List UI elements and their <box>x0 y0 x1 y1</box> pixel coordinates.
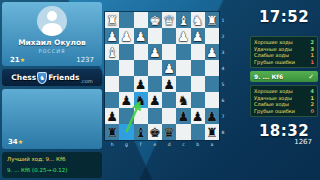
move-eval-label: 9. ... Кf6 (0.25→-0.12) <box>7 167 67 173</box>
player-country-top: РОССИЯ <box>2 48 102 54</box>
stat-value: 2 <box>311 39 314 45</box>
rank-label-6: 6 <box>219 92 227 108</box>
rank-label-3: 3 <box>219 44 227 60</box>
person-icon <box>47 11 57 21</box>
square-f4[interactable] <box>134 60 148 76</box>
clock-top: 17:52 <box>250 8 318 26</box>
piece-white-pawn-e3[interactable]: ♟ <box>149 46 161 59</box>
piece-black-king-e8[interactable]: ♚ <box>149 126 161 139</box>
square-e6[interactable]: ♟ <box>148 92 162 108</box>
square-g5[interactable] <box>119 76 133 92</box>
square-h4[interactable] <box>105 60 119 76</box>
square-g4[interactable] <box>119 60 133 76</box>
piece-black-rook-a8[interactable]: ♜ <box>206 126 218 139</box>
rank-label-4: 4 <box>219 60 227 76</box>
avatar-top <box>37 6 67 36</box>
piece-black-pawn-e6[interactable]: ♟ <box>149 94 161 107</box>
piece-white-pawn-b2[interactable]: ♟ <box>192 30 204 43</box>
square-g6[interactable]: ♟ <box>119 92 133 108</box>
player-stars-bottom: 34★ <box>8 138 23 146</box>
square-d1[interactable]: ♛ <box>162 12 176 28</box>
stat-value: 0 <box>311 108 314 114</box>
shield-knight-icon: ♞ <box>37 72 47 84</box>
square-g7[interactable] <box>119 108 133 124</box>
square-g8[interactable] <box>119 124 133 140</box>
file-label-b: b <box>191 140 205 148</box>
rank-label-7: 7 <box>219 108 227 124</box>
move-stats-top: Хорошие ходы2Удачные ходы3Слабые ходы1Гр… <box>250 36 318 68</box>
file-labels: hgfedcba <box>105 140 219 148</box>
file-label-c: c <box>176 140 190 148</box>
piece-black-knight-c6[interactable]: ♞ <box>178 94 190 107</box>
person-icon <box>42 23 62 36</box>
piece-black-pawn-h7[interactable]: ♟ <box>106 110 118 123</box>
rank-label-1: 1 <box>219 12 227 28</box>
analysis-screen: Михаил Окулов РОССИЯ 21★ 1237 Chess ♞ Fr… <box>0 0 320 180</box>
stat-label: Слабые ходы <box>254 101 289 107</box>
square-a5[interactable] <box>205 76 219 92</box>
square-c4[interactable] <box>176 60 190 76</box>
stat-label: Хорошие ходы <box>254 88 293 94</box>
stat-value: 1 <box>311 95 314 101</box>
square-c3[interactable] <box>176 44 190 60</box>
stat-value: 1 <box>311 52 314 58</box>
piece-black-pawn-d5[interactable]: ♟ <box>163 78 175 91</box>
piece-black-bishop-f8[interactable]: ♝ <box>135 126 147 139</box>
piece-white-pawn-d4[interactable]: ♟ <box>163 62 175 75</box>
square-h3[interactable]: ♝ <box>105 44 119 60</box>
best-move-label: Лучший ход: 9... Кf6 <box>7 156 65 162</box>
square-b4[interactable] <box>191 60 205 76</box>
square-c8[interactable] <box>176 124 190 140</box>
square-h2[interactable]: ♟ <box>105 28 119 44</box>
stat-row-bottom-2: Слабые ходы2 <box>254 101 314 107</box>
square-e1[interactable]: ♚ <box>148 12 162 28</box>
piece-white-pawn-a3[interactable]: ♟ <box>206 46 218 59</box>
piece-black-pawn-a7[interactable]: ♟ <box>206 110 218 123</box>
player-card-top: Михаил Окулов РОССИЯ 21★ 1237 <box>2 2 102 66</box>
file-label-g: g <box>119 140 133 148</box>
square-h1[interactable]: ♜ <box>105 12 119 28</box>
piece-white-pawn-h2[interactable]: ♟ <box>106 30 118 43</box>
file-label-f: f <box>134 140 148 148</box>
piece-white-king-e1[interactable]: ♚ <box>149 14 161 27</box>
star-icon: ★ <box>20 56 25 63</box>
logo-text: Chess <box>11 73 36 82</box>
logo-text: Friends <box>48 73 79 82</box>
square-e3[interactable]: ♟ <box>148 44 162 60</box>
stat-label: Удачные ходы <box>254 95 292 101</box>
piece-black-pawn-c7[interactable]: ♟ <box>178 110 190 123</box>
square-h6[interactable] <box>105 92 119 108</box>
stat-label: Слабые ходы <box>254 52 289 58</box>
piece-white-rook-h1[interactable]: ♜ <box>106 14 118 27</box>
square-b6[interactable] <box>191 92 205 108</box>
square-f7[interactable] <box>134 108 148 124</box>
square-f6[interactable]: ♞ <box>134 92 148 108</box>
rank-labels: 12345678 <box>219 12 227 140</box>
played-move-bar: 9. ... Кf6 ✓ <box>250 71 318 82</box>
square-f8[interactable]: ♝ <box>134 124 148 140</box>
stat-row-bottom-0: Хорошие ходы4 <box>254 88 314 94</box>
square-h7[interactable]: ♟ <box>105 108 119 124</box>
square-a7[interactable]: ♟ <box>205 108 219 124</box>
square-e4[interactable] <box>148 60 162 76</box>
square-a3[interactable]: ♟ <box>205 44 219 60</box>
square-d4[interactable]: ♟ <box>162 60 176 76</box>
rank-label-8: 8 <box>219 124 227 140</box>
square-d8[interactable]: ♛ <box>162 124 176 140</box>
player-stars-top: 21★ <box>10 56 25 64</box>
stat-row-top-2: Слабые ходы1 <box>254 52 314 58</box>
piece-white-pawn-c2[interactable]: ♟ <box>178 30 190 43</box>
piece-black-rook-h8[interactable]: ♜ <box>106 126 118 139</box>
piece-black-knight-f6[interactable]: ♞ <box>135 94 147 107</box>
square-d2[interactable] <box>162 28 176 44</box>
square-c6[interactable]: ♞ <box>176 92 190 108</box>
piece-white-bishop-c1[interactable]: ♝ <box>178 14 190 27</box>
stat-value: 2 <box>311 101 314 107</box>
square-d3[interactable] <box>162 44 176 60</box>
square-b3[interactable] <box>191 44 205 60</box>
piece-black-pawn-g6[interactable]: ♟ <box>121 94 133 107</box>
square-h8[interactable]: ♜ <box>105 124 119 140</box>
square-c2[interactable]: ♟ <box>176 28 190 44</box>
square-b8[interactable] <box>191 124 205 140</box>
stat-value: 1 <box>311 59 314 65</box>
player-rating-top: 1237 <box>76 56 94 64</box>
stat-row-top-3: Грубые ошибки1 <box>254 59 314 65</box>
file-label-h: h <box>105 140 119 148</box>
square-a6[interactable] <box>205 92 219 108</box>
piece-white-queen-d1[interactable]: ♛ <box>163 14 175 27</box>
piece-white-pawn-g2[interactable]: ♟ <box>121 30 133 43</box>
best-move-box: Лучший ход: 9... Кf6 9. ... Кf6 (0.25→-0… <box>2 152 102 178</box>
star-icon: ★ <box>18 138 23 145</box>
square-c5[interactable] <box>176 76 190 92</box>
square-c7[interactable]: ♟ <box>176 108 190 124</box>
piece-black-pawn-f5[interactable]: ♟ <box>135 78 147 91</box>
square-f5[interactable]: ♟ <box>134 76 148 92</box>
chessfriends-logo: Chess ♞ Friends .com <box>2 69 102 86</box>
stat-row-bottom-1: Удачные ходы1 <box>254 95 314 101</box>
square-h5[interactable] <box>105 76 119 92</box>
stat-label: Хорошие ходы <box>254 39 293 45</box>
player-name-top: Михаил Окулов <box>2 38 102 47</box>
square-g2[interactable]: ♟ <box>119 28 133 44</box>
square-g3[interactable] <box>119 44 133 60</box>
square-f2[interactable]: ♟ <box>134 28 148 44</box>
square-a2[interactable] <box>205 28 219 44</box>
piece-black-queen-d8[interactable]: ♛ <box>163 126 175 139</box>
piece-white-bishop-h3[interactable]: ♝ <box>106 46 118 59</box>
stat-value: 3 <box>311 46 314 52</box>
square-g1[interactable] <box>119 12 133 28</box>
stat-label: Грубые ошибки <box>254 59 295 65</box>
stat-label: Грубые ошибки <box>254 108 295 114</box>
square-e2[interactable] <box>148 28 162 44</box>
piece-white-knight-b1[interactable]: ♞ <box>192 14 204 27</box>
square-d7[interactable] <box>162 108 176 124</box>
clock-bottom: 18:32 <box>250 122 318 140</box>
file-label-e: e <box>148 140 162 148</box>
file-label-d: d <box>162 140 176 148</box>
square-f3[interactable] <box>134 44 148 60</box>
stat-row-bottom-3: Грубые ошибки0 <box>254 108 314 114</box>
rank-label-5: 5 <box>219 76 227 92</box>
move-stats-bottom: Хорошие ходы4Удачные ходы1Слабые ходы2Гр… <box>250 85 318 117</box>
square-b1[interactable]: ♞ <box>191 12 205 28</box>
square-b7[interactable]: ♟ <box>191 108 205 124</box>
stat-label: Удачные ходы <box>254 46 292 52</box>
stat-value: 4 <box>311 88 314 94</box>
square-f1[interactable] <box>134 12 148 28</box>
logo-suffix: .com <box>80 78 92 84</box>
square-b2[interactable]: ♟ <box>191 28 205 44</box>
square-b5[interactable] <box>191 76 205 92</box>
piece-white-rook-a1[interactable]: ♜ <box>206 14 218 27</box>
file-label-a: a <box>205 140 219 148</box>
square-e7[interactable] <box>148 108 162 124</box>
square-a4[interactable] <box>205 60 219 76</box>
square-a1[interactable]: ♜ <box>205 12 219 28</box>
square-e8[interactable]: ♚ <box>148 124 162 140</box>
square-d6[interactable] <box>162 92 176 108</box>
stat-row-top-1: Удачные ходы3 <box>254 46 314 52</box>
piece-black-pawn-b7[interactable]: ♟ <box>192 110 204 123</box>
square-d5[interactable]: ♟ <box>162 76 176 92</box>
chess-board[interactable]: ♜♚♛♝♞♜♟♟♟♟♟♝♟♟♟♟♟♟♞♟♞♟♟♟♟♜♝♚♛♜ <box>105 12 219 140</box>
rank-label-2: 2 <box>219 28 227 44</box>
check-icon: ✓ <box>308 73 314 81</box>
piece-white-pawn-f2[interactable]: ♟ <box>135 30 147 43</box>
stat-row-top-0: Хорошие ходы2 <box>254 39 314 45</box>
square-c1[interactable]: ♝ <box>176 12 190 28</box>
square-a8[interactable]: ♜ <box>205 124 219 140</box>
played-move-text: 9. ... Кf6 <box>254 73 283 80</box>
square-e5[interactable] <box>148 76 162 92</box>
